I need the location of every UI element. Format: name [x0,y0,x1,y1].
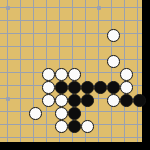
star-point [6,97,10,101]
white-stone [107,55,120,68]
grid-line-horizontal [0,33,142,34]
grid-line-vertical [137,0,138,142]
white-stone [107,29,120,42]
black-stone [81,94,94,107]
black-stone [107,81,120,94]
grid-line-vertical [98,0,99,142]
white-stone [42,68,55,81]
black-stone [68,120,81,133]
grid-line-vertical [33,0,34,142]
black-stone [68,94,81,107]
white-stone [29,107,42,120]
black-stone [68,81,81,94]
white-stone [81,120,94,133]
black-stone [55,81,68,94]
white-stone [120,68,133,81]
white-stone [42,81,55,94]
grid-line-horizontal [0,20,142,21]
grid-line-vertical [111,0,112,142]
go-board-screenshot [0,0,150,150]
grid-line-horizontal [0,137,142,138]
star-point [97,6,101,10]
black-stone [94,81,107,94]
grid-line-horizontal [0,7,142,8]
grid-line-vertical [20,0,21,142]
white-stone [55,120,68,133]
go-board[interactable] [0,0,142,142]
star-point [6,6,10,10]
black-stone [68,107,81,120]
grid-line-vertical [7,0,8,142]
white-stone [68,68,81,81]
white-stone [55,68,68,81]
grid-line-horizontal [0,59,142,60]
white-stone [107,94,120,107]
black-stone [133,94,146,107]
grid-line-horizontal [0,46,142,47]
black-stone [120,94,133,107]
black-stone [81,81,94,94]
white-stone [120,81,133,94]
white-stone [42,94,55,107]
white-stone [55,94,68,107]
white-stone [55,107,68,120]
